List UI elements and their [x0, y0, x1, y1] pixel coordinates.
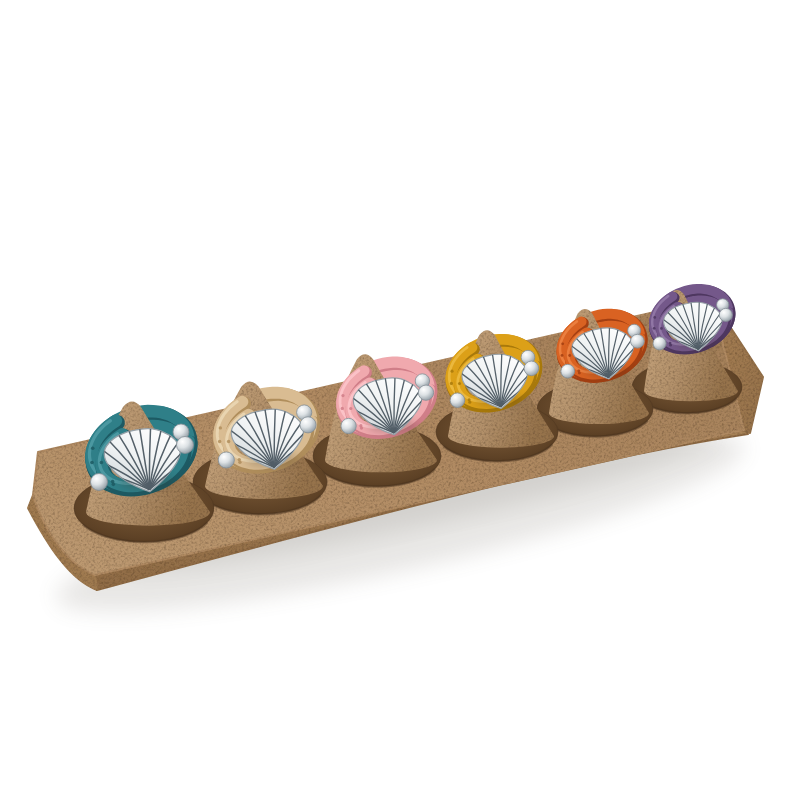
cord-speckle	[568, 354, 571, 357]
silver-bead	[177, 437, 194, 454]
product-photo	[0, 0, 800, 800]
cord-speckle	[561, 342, 564, 345]
silver-bead	[719, 308, 732, 321]
silver-bead	[91, 474, 108, 491]
cord-speckle	[91, 446, 95, 450]
cord-speckle	[341, 407, 344, 410]
cord-speckle	[660, 327, 663, 330]
cord-speckle	[577, 369, 580, 372]
cord-speckle	[458, 382, 461, 385]
cord-speckle	[561, 354, 564, 357]
cord-speckle	[653, 316, 656, 319]
cord-speckle	[90, 461, 94, 465]
cord-speckle	[349, 407, 352, 410]
cord-speckle	[450, 382, 453, 385]
cord-speckle	[111, 480, 115, 484]
silver-bead	[653, 337, 666, 350]
cord-speckle	[359, 424, 362, 427]
cord-speckle	[341, 394, 344, 397]
silver-bead	[524, 361, 539, 376]
silver-bead	[561, 364, 575, 378]
silver-bead	[341, 418, 356, 433]
cord-speckle	[468, 398, 471, 401]
silver-bead	[450, 393, 465, 408]
cork-ring-display-scene	[0, 0, 800, 800]
cord-speckle	[219, 426, 222, 429]
cord-speckle	[451, 370, 454, 373]
cord-speckle	[238, 458, 241, 461]
silver-bead	[631, 334, 645, 348]
cord-speckle	[227, 440, 230, 443]
silver-bead	[218, 452, 234, 468]
cord-speckle	[653, 327, 656, 330]
cord-speckle	[669, 342, 672, 345]
silver-bead	[418, 385, 433, 400]
cord-speckle	[100, 461, 104, 465]
cord-speckle	[218, 440, 221, 443]
silver-bead	[300, 417, 316, 433]
